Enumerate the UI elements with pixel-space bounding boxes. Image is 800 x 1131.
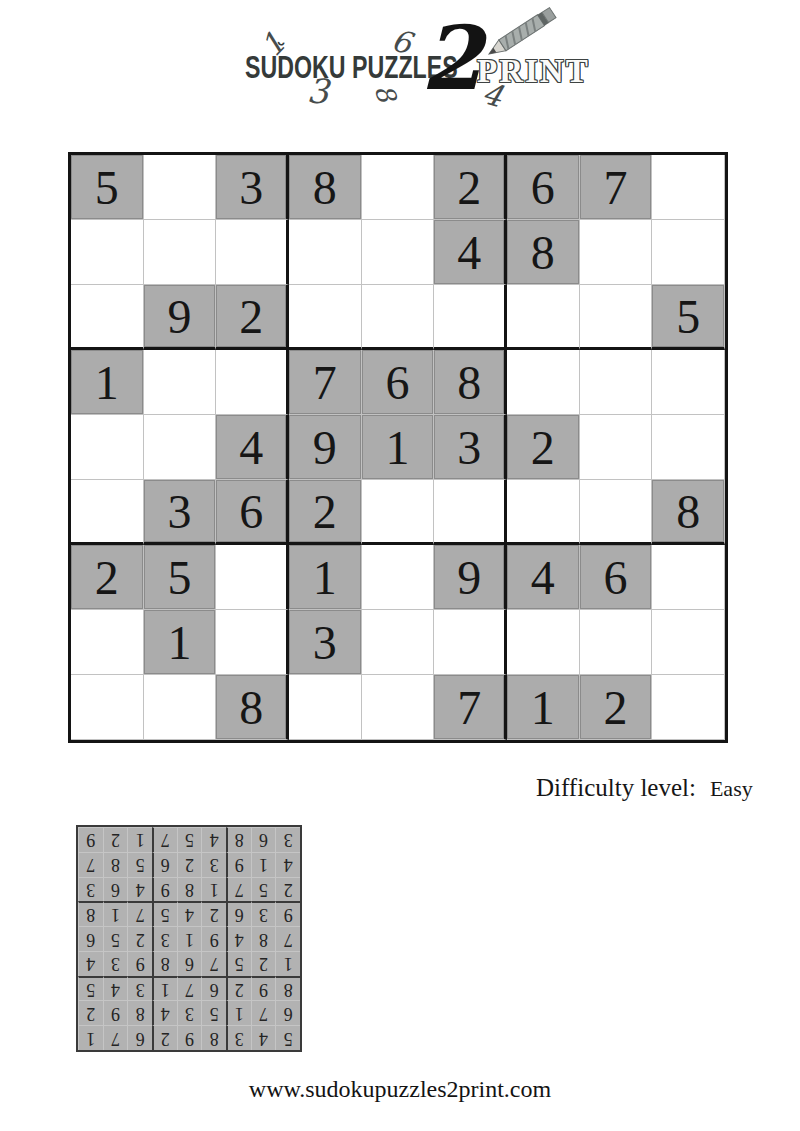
solution-cell-r5c8: 5 bbox=[103, 926, 128, 951]
puzzle-cell-r1c4: 8 bbox=[289, 155, 362, 220]
solution-cell-r9c5: 5 bbox=[177, 827, 202, 852]
solution-cell-r9c1: 3 bbox=[275, 827, 300, 852]
puzzle-cell-r2c4[interactable] bbox=[289, 220, 362, 285]
puzzle-cell-r7c8: 6 bbox=[580, 545, 653, 610]
puzzle-cell-r9c5[interactable] bbox=[362, 675, 435, 740]
solution-cell-r4c1: 1 bbox=[275, 951, 300, 976]
puzzle-cell-r3c4[interactable] bbox=[289, 285, 362, 350]
solution-cell-r2c7: 8 bbox=[127, 1000, 152, 1025]
puzzle-cell-r3c2: 9 bbox=[144, 285, 217, 350]
solution-cell-r1c7: 6 bbox=[127, 1025, 152, 1050]
puzzle-grid: 538267489251768491323628251946138712 bbox=[68, 152, 728, 743]
solution-cell-r3c2: 9 bbox=[251, 976, 276, 1001]
solution-cell-r5c3: 4 bbox=[226, 926, 251, 951]
difficulty-label: Difficulty level: bbox=[536, 774, 696, 802]
puzzle-cell-r2c9[interactable] bbox=[652, 220, 725, 285]
puzzle-cell-r3c3: 2 bbox=[216, 285, 289, 350]
solution-cell-r8c8: 8 bbox=[103, 852, 128, 877]
solution-cell-r8c1: 4 bbox=[275, 852, 300, 877]
solution-cell-r4c9: 4 bbox=[78, 951, 103, 976]
puzzle-cell-r2c2[interactable] bbox=[144, 220, 217, 285]
puzzle-cell-r9c3: 8 bbox=[216, 675, 289, 740]
puzzle-cell-r8c5[interactable] bbox=[362, 610, 435, 675]
puzzle-cell-r6c6[interactable] bbox=[434, 480, 507, 545]
solution-cell-r6c3: 6 bbox=[226, 901, 251, 926]
solution-cell-r2c2: 7 bbox=[251, 1000, 276, 1025]
solution-cell-r4c5: 6 bbox=[177, 951, 202, 976]
puzzle-cell-r5c3: 4 bbox=[216, 415, 289, 480]
puzzle-cell-r2c8[interactable] bbox=[580, 220, 653, 285]
solution-cell-r8c5: 2 bbox=[177, 852, 202, 877]
solution-cell-r1c9: 1 bbox=[78, 1025, 103, 1050]
puzzle-cell-r1c7: 6 bbox=[507, 155, 580, 220]
puzzle-cell-r7c7: 4 bbox=[507, 545, 580, 610]
solution-cell-r6c1: 9 bbox=[275, 901, 300, 926]
solution-cell-r7c8: 6 bbox=[103, 877, 128, 902]
solution-cell-r5c6: 3 bbox=[152, 926, 177, 951]
puzzle-cell-r8c2: 1 bbox=[144, 610, 217, 675]
solution-cell-r9c8: 2 bbox=[103, 827, 128, 852]
solution-cell-r2c8: 9 bbox=[103, 1000, 128, 1025]
puzzle-cell-r2c6: 4 bbox=[434, 220, 507, 285]
puzzle-cell-r3c9: 5 bbox=[652, 285, 725, 350]
solution-cell-r2c6: 4 bbox=[152, 1000, 177, 1025]
puzzle-cell-r9c9[interactable] bbox=[652, 675, 725, 740]
puzzle-cell-r5c5: 1 bbox=[362, 415, 435, 480]
solution-cell-r8c9: 7 bbox=[78, 852, 103, 877]
puzzle-cell-r3c1[interactable] bbox=[71, 285, 144, 350]
puzzle-cell-r7c5[interactable] bbox=[362, 545, 435, 610]
puzzle-cell-r1c2[interactable] bbox=[144, 155, 217, 220]
solution-cell-r4c4: 7 bbox=[201, 951, 226, 976]
solution-cell-r4c6: 8 bbox=[152, 951, 177, 976]
puzzle-cell-r2c3[interactable] bbox=[216, 220, 289, 285]
solution-cell-r5c4: 9 bbox=[201, 926, 226, 951]
solution-cell-r3c4: 6 bbox=[201, 976, 226, 1001]
solution-cell-r9c6: 7 bbox=[152, 827, 177, 852]
puzzle-cell-r5c7: 2 bbox=[507, 415, 580, 480]
puzzle-cell-r9c8: 2 bbox=[580, 675, 653, 740]
puzzle-cell-r6c3: 6 bbox=[216, 480, 289, 545]
puzzle-cell-r4c3[interactable] bbox=[216, 350, 289, 415]
puzzle-cell-r4c5: 6 bbox=[362, 350, 435, 415]
difficulty: Difficulty level: Easy bbox=[536, 774, 753, 802]
puzzle-cell-r7c1: 2 bbox=[71, 545, 144, 610]
solution-cell-r5c1: 7 bbox=[275, 926, 300, 951]
solution-cell-r6c5: 4 bbox=[177, 901, 202, 926]
solution-cell-r1c5: 9 bbox=[177, 1025, 202, 1050]
solution-cell-r5c9: 6 bbox=[78, 926, 103, 951]
solution-cell-r1c4: 8 bbox=[201, 1025, 226, 1050]
solution-cell-r7c5: 8 bbox=[177, 877, 202, 902]
puzzle-cell-r4c6: 8 bbox=[434, 350, 507, 415]
puzzle-cell-r8c8[interactable] bbox=[580, 610, 653, 675]
puzzle-cell-r4c1: 1 bbox=[71, 350, 144, 415]
puzzle-cell-r5c1[interactable] bbox=[71, 415, 144, 480]
solution-cell-r1c8: 7 bbox=[103, 1025, 128, 1050]
solution-cell-r6c4: 2 bbox=[201, 901, 226, 926]
puzzle-cell-r7c9[interactable] bbox=[652, 545, 725, 610]
solution-cell-r7c6: 9 bbox=[152, 877, 177, 902]
solution-cell-r8c7: 5 bbox=[127, 852, 152, 877]
puzzle-cell-r9c7: 1 bbox=[507, 675, 580, 740]
logo: 1 3 6 8 4 SUDOKU PUZZLES ˘ 2 PRINT bbox=[0, 0, 800, 120]
solution-cell-r9c7: 1 bbox=[127, 827, 152, 852]
solution-cell-r3c9: 5 bbox=[78, 976, 103, 1001]
puzzle-cell-r7c2: 5 bbox=[144, 545, 217, 610]
solution-cell-r7c7: 4 bbox=[127, 877, 152, 902]
solution-cell-r3c8: 4 bbox=[103, 976, 128, 1001]
puzzle-cell-r3c6[interactable] bbox=[434, 285, 507, 350]
puzzle-cell-r5c6: 3 bbox=[434, 415, 507, 480]
puzzle-cell-r8c3[interactable] bbox=[216, 610, 289, 675]
puzzle-cell-r9c6: 7 bbox=[434, 675, 507, 740]
puzzle-cell-r9c4[interactable] bbox=[289, 675, 362, 740]
puzzle-cell-r1c5[interactable] bbox=[362, 155, 435, 220]
puzzle-cell-r8c1[interactable] bbox=[71, 610, 144, 675]
puzzle-cell-r7c3[interactable] bbox=[216, 545, 289, 610]
solution-cell-r5c5: 1 bbox=[177, 926, 202, 951]
puzzle-cell-r3c8[interactable] bbox=[580, 285, 653, 350]
footer-url[interactable]: www.sudokupuzzles2print.com bbox=[0, 1076, 800, 1103]
solution-cell-r3c6: 1 bbox=[152, 976, 177, 1001]
solution-cell-r1c6: 2 bbox=[152, 1025, 177, 1050]
puzzle-cell-r1c8: 7 bbox=[580, 155, 653, 220]
solution-cell-r6c9: 8 bbox=[78, 901, 103, 926]
solution-cell-r3c3: 2 bbox=[226, 976, 251, 1001]
puzzle-cell-r2c5[interactable] bbox=[362, 220, 435, 285]
puzzle-cell-r1c1: 5 bbox=[71, 155, 144, 220]
solution-cell-r4c3: 5 bbox=[226, 951, 251, 976]
solution-cell-r2c9: 2 bbox=[78, 1000, 103, 1025]
puzzle-cell-r7c4: 1 bbox=[289, 545, 362, 610]
solution-cell-r2c4: 5 bbox=[201, 1000, 226, 1025]
solution-cell-r7c9: 3 bbox=[78, 877, 103, 902]
solution-cell-r8c6: 6 bbox=[152, 852, 177, 877]
solution-cell-r8c2: 1 bbox=[251, 852, 276, 877]
puzzle-cell-r6c4: 2 bbox=[289, 480, 362, 545]
puzzle-cell-r4c4: 7 bbox=[289, 350, 362, 415]
solution-cell-r9c3: 8 bbox=[226, 827, 251, 852]
puzzle-cell-r6c5[interactable] bbox=[362, 480, 435, 545]
solution-cell-r8c4: 3 bbox=[201, 852, 226, 877]
puzzle-cell-r1c9[interactable] bbox=[652, 155, 725, 220]
solution-cell-r3c5: 7 bbox=[177, 976, 202, 1001]
solution-cell-r6c2: 3 bbox=[251, 901, 276, 926]
puzzle-cell-r4c8[interactable] bbox=[580, 350, 653, 415]
puzzle-cell-r2c7: 8 bbox=[507, 220, 580, 285]
solution-cell-r2c1: 6 bbox=[275, 1000, 300, 1025]
puzzle-cell-r4c9[interactable] bbox=[652, 350, 725, 415]
puzzle-cell-r6c2: 3 bbox=[144, 480, 217, 545]
solution-cell-r1c1: 5 bbox=[275, 1025, 300, 1050]
puzzle-cell-r5c9[interactable] bbox=[652, 415, 725, 480]
puzzle-cell-r4c7[interactable] bbox=[507, 350, 580, 415]
puzzle-cell-r4c2[interactable] bbox=[144, 350, 217, 415]
puzzle-cell-r6c7[interactable] bbox=[507, 480, 580, 545]
solution-cell-r6c6: 5 bbox=[152, 901, 177, 926]
solution-cell-r4c7: 9 bbox=[127, 951, 152, 976]
solution-cell-r7c4: 1 bbox=[201, 877, 226, 902]
puzzle-cell-r9c1[interactable] bbox=[71, 675, 144, 740]
solution-cell-r1c2: 4 bbox=[251, 1025, 276, 1050]
solution-cell-r6c8: 1 bbox=[103, 901, 128, 926]
difficulty-value: Easy bbox=[710, 776, 753, 802]
puzzle-cell-r8c7[interactable] bbox=[507, 610, 580, 675]
puzzle-cell-r6c9: 8 bbox=[652, 480, 725, 545]
puzzle-cell-r8c4: 3 bbox=[289, 610, 362, 675]
solution-cell-r1c3: 3 bbox=[226, 1025, 251, 1050]
solution-cell-r7c2: 5 bbox=[251, 877, 276, 902]
solution-cell-r9c9: 9 bbox=[78, 827, 103, 852]
puzzle-cell-r1c6: 2 bbox=[434, 155, 507, 220]
solution-cell-r9c4: 4 bbox=[201, 827, 226, 852]
solution-cell-r5c2: 8 bbox=[251, 926, 276, 951]
puzzle-cell-r5c4: 9 bbox=[289, 415, 362, 480]
puzzle-cell-r8c9[interactable] bbox=[652, 610, 725, 675]
pencil-icon bbox=[455, 6, 567, 64]
solution-cell-r7c1: 2 bbox=[275, 877, 300, 902]
solution-cell-r4c2: 2 bbox=[251, 951, 276, 976]
solution-cell-r3c1: 8 bbox=[275, 976, 300, 1001]
solution-cell-r2c3: 1 bbox=[226, 1000, 251, 1025]
solution-cell-r5c7: 2 bbox=[127, 926, 152, 951]
puzzle-cell-r5c2[interactable] bbox=[144, 415, 217, 480]
puzzle-cell-r5c8[interactable] bbox=[580, 415, 653, 480]
puzzle-cell-r8c6[interactable] bbox=[434, 610, 507, 675]
puzzle-cell-r7c6: 9 bbox=[434, 545, 507, 610]
puzzle-cell-r3c7[interactable] bbox=[507, 285, 580, 350]
solution-grid: 5438926716715348928926713451257689347849… bbox=[76, 825, 302, 1052]
solution-cell-r8c3: 9 bbox=[226, 852, 251, 877]
puzzle-cell-r2c1[interactable] bbox=[71, 220, 144, 285]
solution-cell-r2c5: 3 bbox=[177, 1000, 202, 1025]
puzzle-cell-r6c1[interactable] bbox=[71, 480, 144, 545]
solution-cell-r6c7: 7 bbox=[127, 901, 152, 926]
puzzle-cell-r3c5[interactable] bbox=[362, 285, 435, 350]
solution-grid-wrapper: 5438926716715348928926713451257689347849… bbox=[76, 825, 302, 1052]
solution-cell-r9c2: 6 bbox=[251, 827, 276, 852]
solution-cell-r4c8: 3 bbox=[103, 951, 128, 976]
puzzle-cell-r9c2[interactable] bbox=[144, 675, 217, 740]
solution-cell-r7c3: 7 bbox=[226, 877, 251, 902]
puzzle-cell-r6c8[interactable] bbox=[580, 480, 653, 545]
puzzle-cell-r1c3: 3 bbox=[216, 155, 289, 220]
solution-cell-r3c7: 3 bbox=[127, 976, 152, 1001]
